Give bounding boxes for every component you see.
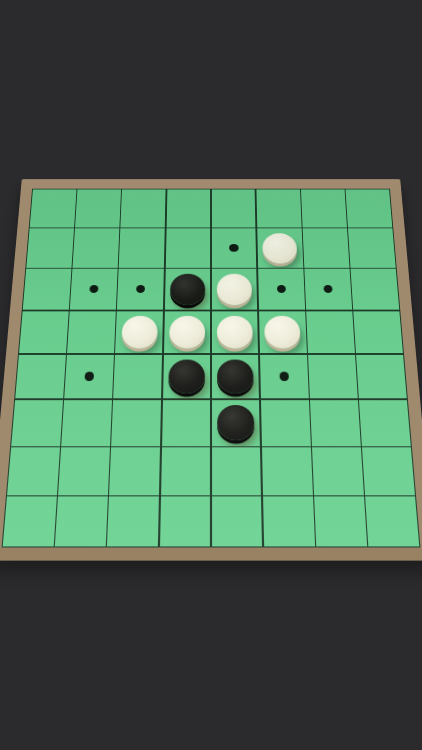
legal-move-dot[interactable] bbox=[323, 285, 333, 293]
legal-move-dot[interactable] bbox=[276, 285, 285, 293]
white-disc bbox=[217, 274, 252, 305]
cell-e2[interactable] bbox=[212, 228, 257, 267]
cell-f7[interactable] bbox=[262, 447, 313, 495]
white-disc bbox=[262, 233, 297, 263]
cell-b5[interactable] bbox=[64, 355, 113, 399]
cell-g3[interactable] bbox=[304, 269, 352, 310]
cell-g5[interactable] bbox=[308, 355, 357, 399]
cell-a7[interactable] bbox=[7, 447, 60, 495]
cell-g7[interactable] bbox=[312, 447, 364, 495]
cell-g2[interactable] bbox=[303, 228, 350, 267]
cell-c1[interactable] bbox=[121, 189, 166, 227]
cell-e6[interactable] bbox=[212, 400, 261, 446]
cell-b3[interactable] bbox=[70, 269, 118, 310]
cell-h3[interactable] bbox=[351, 269, 399, 310]
cell-d2[interactable] bbox=[165, 228, 210, 267]
cell-c7[interactable] bbox=[109, 447, 160, 495]
legal-move-dot[interactable] bbox=[89, 285, 99, 293]
cell-e1[interactable] bbox=[212, 189, 256, 227]
cell-d1[interactable] bbox=[166, 189, 210, 227]
legal-move-dot[interactable] bbox=[136, 285, 145, 293]
cell-f1[interactable] bbox=[256, 189, 301, 227]
black-disc bbox=[168, 360, 205, 394]
legal-move-dot[interactable] bbox=[84, 372, 94, 381]
cell-e7[interactable] bbox=[212, 447, 262, 495]
cell-g6[interactable] bbox=[310, 400, 361, 446]
cell-g8[interactable] bbox=[314, 497, 367, 547]
legal-move-dot[interactable] bbox=[279, 372, 289, 381]
cell-h4[interactable] bbox=[354, 311, 403, 353]
cell-a4[interactable] bbox=[19, 311, 68, 353]
white-disc bbox=[169, 316, 205, 349]
cell-c6[interactable] bbox=[112, 400, 162, 446]
cell-a3[interactable] bbox=[23, 269, 71, 310]
cell-a5[interactable] bbox=[15, 355, 65, 399]
cell-f6[interactable] bbox=[261, 400, 311, 446]
cell-f8[interactable] bbox=[263, 497, 315, 547]
cell-f3[interactable] bbox=[258, 269, 305, 310]
white-disc bbox=[264, 316, 301, 349]
game-screen bbox=[0, 0, 422, 750]
cell-b1[interactable] bbox=[75, 189, 121, 227]
cell-c8[interactable] bbox=[107, 497, 159, 547]
cell-h2[interactable] bbox=[348, 228, 395, 267]
cell-g1[interactable] bbox=[301, 189, 347, 227]
cell-c2[interactable] bbox=[119, 228, 165, 267]
cell-h1[interactable] bbox=[346, 189, 392, 227]
cell-e8[interactable] bbox=[212, 497, 263, 547]
cell-e3[interactable] bbox=[212, 269, 258, 310]
cell-b8[interactable] bbox=[55, 497, 108, 547]
cell-h6[interactable] bbox=[359, 400, 411, 446]
board-grid bbox=[2, 189, 421, 548]
cell-a1[interactable] bbox=[30, 189, 76, 227]
cell-d3[interactable] bbox=[164, 269, 210, 310]
white-disc bbox=[121, 316, 158, 349]
cell-b7[interactable] bbox=[58, 447, 110, 495]
cell-g4[interactable] bbox=[306, 311, 354, 353]
white-disc bbox=[217, 316, 253, 349]
cell-e5[interactable] bbox=[212, 355, 260, 399]
cell-h8[interactable] bbox=[365, 497, 419, 547]
cell-b4[interactable] bbox=[67, 311, 115, 353]
black-disc bbox=[170, 274, 205, 305]
cell-c5[interactable] bbox=[113, 355, 162, 399]
cell-a6[interactable] bbox=[11, 400, 63, 446]
cell-d4[interactable] bbox=[164, 311, 211, 353]
cell-h5[interactable] bbox=[356, 355, 406, 399]
black-disc bbox=[217, 405, 254, 440]
cell-h7[interactable] bbox=[362, 447, 415, 495]
cell-a2[interactable] bbox=[26, 228, 73, 267]
cell-d6[interactable] bbox=[162, 400, 211, 446]
cell-e4[interactable] bbox=[212, 311, 259, 353]
cell-d8[interactable] bbox=[160, 497, 211, 547]
cell-f2[interactable] bbox=[257, 228, 303, 267]
cell-a8[interactable] bbox=[3, 497, 57, 547]
cell-d5[interactable] bbox=[163, 355, 211, 399]
cell-d7[interactable] bbox=[161, 447, 211, 495]
othello-board bbox=[0, 179, 422, 560]
cell-b6[interactable] bbox=[61, 400, 112, 446]
cell-f5[interactable] bbox=[260, 355, 309, 399]
legal-move-dot[interactable] bbox=[229, 244, 238, 252]
cell-f4[interactable] bbox=[259, 311, 307, 353]
black-disc bbox=[217, 360, 254, 394]
cell-c3[interactable] bbox=[117, 269, 164, 310]
cell-c4[interactable] bbox=[115, 311, 163, 353]
cell-b2[interactable] bbox=[73, 228, 120, 267]
